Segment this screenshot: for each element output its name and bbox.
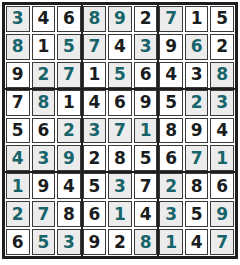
sudoku-cell-r6c7[interactable]: 6 bbox=[159, 145, 183, 171]
sudoku-cell-r1c3[interactable]: 6 bbox=[57, 6, 81, 32]
sudoku-cell-r5c5[interactable]: 7 bbox=[108, 118, 132, 144]
sudoku-cell-r7c8[interactable]: 8 bbox=[185, 173, 209, 199]
sudoku-cell-r6c4[interactable]: 2 bbox=[83, 145, 107, 171]
sudoku-cell-r4c7[interactable]: 5 bbox=[159, 90, 183, 116]
sudoku-cell-r5c4[interactable]: 3 bbox=[83, 118, 107, 144]
sudoku-cell-r1c7[interactable]: 7 bbox=[159, 6, 183, 32]
sudoku-cell-r9c7[interactable]: 1 bbox=[159, 229, 183, 255]
sudoku-cell-r8c2[interactable]: 7 bbox=[32, 201, 56, 227]
sudoku-cell-r2c4[interactable]: 7 bbox=[83, 34, 107, 60]
sudoku-cell-r8c9[interactable]: 9 bbox=[210, 201, 234, 227]
sudoku-cell-r8c7[interactable]: 3 bbox=[159, 201, 183, 227]
sudoku-cell-r4c5[interactable]: 6 bbox=[108, 90, 132, 116]
sudoku-cell-r9c2[interactable]: 5 bbox=[32, 229, 56, 255]
sudoku-cell-r4c2[interactable]: 8 bbox=[32, 90, 56, 116]
sudoku-cell-r3c8[interactable]: 3 bbox=[185, 62, 209, 88]
sudoku-cell-r6c9[interactable]: 1 bbox=[210, 145, 234, 171]
sudoku-cell-r8c6[interactable]: 4 bbox=[134, 201, 158, 227]
sudoku-cell-r9c8[interactable]: 4 bbox=[185, 229, 209, 255]
sudoku-cell-r3c6[interactable]: 6 bbox=[134, 62, 158, 88]
sudoku-cell-r7c5[interactable]: 3 bbox=[108, 173, 132, 199]
sudoku-cell-r9c9[interactable]: 7 bbox=[210, 229, 234, 255]
sudoku-cell-r9c5[interactable]: 2 bbox=[108, 229, 132, 255]
sudoku-cell-r9c3[interactable]: 3 bbox=[57, 229, 81, 255]
sudoku-cell-r1c1[interactable]: 3 bbox=[6, 6, 30, 32]
sudoku-cell-r9c4[interactable]: 9 bbox=[83, 229, 107, 255]
sudoku-cell-r1c8[interactable]: 1 bbox=[185, 6, 209, 32]
sudoku-cell-r4c8[interactable]: 2 bbox=[185, 90, 209, 116]
sudoku-cell-r5c1[interactable]: 5 bbox=[6, 118, 30, 144]
sudoku-cell-r5c6[interactable]: 1 bbox=[134, 118, 158, 144]
sudoku-cell-r6c1[interactable]: 4 bbox=[6, 145, 30, 171]
sudoku-cell-r2c5[interactable]: 4 bbox=[108, 34, 132, 60]
sudoku-cell-r7c3[interactable]: 4 bbox=[57, 173, 81, 199]
sudoku-cell-r7c4[interactable]: 5 bbox=[83, 173, 107, 199]
sudoku-cell-r4c9[interactable]: 3 bbox=[210, 90, 234, 116]
sudoku-cell-r2c1[interactable]: 8 bbox=[6, 34, 30, 60]
sudoku-cell-r4c6[interactable]: 9 bbox=[134, 90, 158, 116]
sudoku-cell-r7c6[interactable]: 7 bbox=[134, 173, 158, 199]
sudoku-cell-r8c3[interactable]: 8 bbox=[57, 201, 81, 227]
sudoku-cell-r6c6[interactable]: 5 bbox=[134, 145, 158, 171]
sudoku-cell-r4c1[interactable]: 7 bbox=[6, 90, 30, 116]
sudoku-cell-r6c3[interactable]: 9 bbox=[57, 145, 81, 171]
sudoku-cell-r3c7[interactable]: 4 bbox=[159, 62, 183, 88]
sudoku-cell-r2c3[interactable]: 5 bbox=[57, 34, 81, 60]
sudoku-cell-r1c4[interactable]: 8 bbox=[83, 6, 107, 32]
sudoku-cell-r2c6[interactable]: 3 bbox=[134, 34, 158, 60]
sudoku-cell-r7c7[interactable]: 2 bbox=[159, 173, 183, 199]
sudoku-cell-r3c5[interactable]: 5 bbox=[108, 62, 132, 88]
sudoku-cell-r1c9[interactable]: 5 bbox=[210, 6, 234, 32]
sudoku-cell-r3c1[interactable]: 9 bbox=[6, 62, 30, 88]
sudoku-cell-r1c2[interactable]: 4 bbox=[32, 6, 56, 32]
sudoku-cell-r7c9[interactable]: 6 bbox=[210, 173, 234, 199]
sudoku-cell-r5c9[interactable]: 4 bbox=[210, 118, 234, 144]
sudoku-board: 3468927158157439629271564387814695235623… bbox=[2, 2, 238, 259]
sudoku-cell-r4c3[interactable]: 1 bbox=[57, 90, 81, 116]
sudoku-cell-r5c3[interactable]: 2 bbox=[57, 118, 81, 144]
sudoku-cell-r7c1[interactable]: 1 bbox=[6, 173, 30, 199]
sudoku-cell-r2c9[interactable]: 2 bbox=[210, 34, 234, 60]
sudoku-page: 3468927158157439629271564387814695235623… bbox=[0, 0, 240, 265]
sudoku-cell-r5c2[interactable]: 6 bbox=[32, 118, 56, 144]
sudoku-cell-r9c1[interactable]: 6 bbox=[6, 229, 30, 255]
sudoku-cell-r6c2[interactable]: 3 bbox=[32, 145, 56, 171]
sudoku-cell-r2c7[interactable]: 9 bbox=[159, 34, 183, 60]
sudoku-cell-r1c5[interactable]: 9 bbox=[108, 6, 132, 32]
sudoku-cell-r8c5[interactable]: 1 bbox=[108, 201, 132, 227]
sudoku-cell-r2c8[interactable]: 6 bbox=[185, 34, 209, 60]
sudoku-cell-r4c4[interactable]: 4 bbox=[83, 90, 107, 116]
sudoku-cell-r3c9[interactable]: 8 bbox=[210, 62, 234, 88]
sudoku-cell-r5c7[interactable]: 8 bbox=[159, 118, 183, 144]
sudoku-cell-r3c4[interactable]: 1 bbox=[83, 62, 107, 88]
sudoku-cell-r1c6[interactable]: 2 bbox=[134, 6, 158, 32]
sudoku-cell-r3c2[interactable]: 2 bbox=[32, 62, 56, 88]
sudoku-cell-r7c2[interactable]: 9 bbox=[32, 173, 56, 199]
sudoku-cell-r8c8[interactable]: 5 bbox=[185, 201, 209, 227]
sudoku-cell-r6c5[interactable]: 8 bbox=[108, 145, 132, 171]
sudoku-cell-r8c1[interactable]: 2 bbox=[6, 201, 30, 227]
sudoku-cell-r5c8[interactable]: 9 bbox=[185, 118, 209, 144]
sudoku-cell-r9c6[interactable]: 8 bbox=[134, 229, 158, 255]
sudoku-cell-r6c8[interactable]: 7 bbox=[185, 145, 209, 171]
sudoku-cell-r2c2[interactable]: 1 bbox=[32, 34, 56, 60]
sudoku-cell-r3c3[interactable]: 7 bbox=[57, 62, 81, 88]
sudoku-cell-r8c4[interactable]: 6 bbox=[83, 201, 107, 227]
